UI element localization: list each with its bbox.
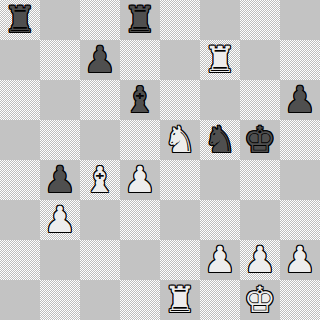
square-h7[interactable] [280,40,320,80]
square-a5[interactable] [0,120,40,160]
square-f6[interactable] [200,80,240,120]
piece-white-bishop[interactable]: ♝ [80,160,120,200]
piece-black-rook[interactable]: ♜ [0,0,40,40]
square-f8[interactable] [200,0,240,40]
square-a2[interactable] [0,240,40,280]
square-c4[interactable]: ♝ [80,160,120,200]
chess-board: ♜♜♟♜♝♟♞♞♚♟♝♟♟♟♟♟♜♚ [0,0,320,320]
square-c3[interactable] [80,200,120,240]
piece-white-pawn[interactable]: ♟ [280,240,320,280]
square-g2[interactable]: ♟ [240,240,280,280]
piece-black-knight[interactable]: ♞ [200,120,240,160]
square-a7[interactable] [0,40,40,80]
square-g8[interactable] [240,0,280,40]
square-b6[interactable] [40,80,80,120]
square-d6[interactable]: ♝ [120,80,160,120]
square-g6[interactable] [240,80,280,120]
square-g4[interactable] [240,160,280,200]
square-a4[interactable] [0,160,40,200]
square-h6[interactable]: ♟ [280,80,320,120]
square-c6[interactable] [80,80,120,120]
square-h1[interactable] [280,280,320,320]
square-b4[interactable]: ♟ [40,160,80,200]
square-e5[interactable]: ♞ [160,120,200,160]
square-f2[interactable]: ♟ [200,240,240,280]
square-d7[interactable] [120,40,160,80]
square-g3[interactable] [240,200,280,240]
square-f5[interactable]: ♞ [200,120,240,160]
piece-white-knight[interactable]: ♞ [160,120,200,160]
square-c8[interactable] [80,0,120,40]
piece-white-pawn[interactable]: ♟ [40,200,80,240]
piece-white-king[interactable]: ♚ [240,280,280,320]
square-g7[interactable] [240,40,280,80]
square-b1[interactable] [40,280,80,320]
square-g1[interactable]: ♚ [240,280,280,320]
square-b3[interactable]: ♟ [40,200,80,240]
square-d8[interactable]: ♜ [120,0,160,40]
piece-black-king[interactable]: ♚ [240,120,280,160]
square-h5[interactable] [280,120,320,160]
square-g5[interactable]: ♚ [240,120,280,160]
piece-white-pawn[interactable]: ♟ [200,240,240,280]
square-c5[interactable] [80,120,120,160]
square-d5[interactable] [120,120,160,160]
square-d3[interactable] [120,200,160,240]
square-h8[interactable] [280,0,320,40]
square-f4[interactable] [200,160,240,200]
square-b2[interactable] [40,240,80,280]
square-a6[interactable] [0,80,40,120]
square-b8[interactable] [40,0,80,40]
square-b5[interactable] [40,120,80,160]
square-a3[interactable] [0,200,40,240]
square-e4[interactable] [160,160,200,200]
piece-white-pawn[interactable]: ♟ [120,160,160,200]
piece-black-bishop[interactable]: ♝ [120,80,160,120]
square-e3[interactable] [160,200,200,240]
square-d4[interactable]: ♟ [120,160,160,200]
square-h3[interactable] [280,200,320,240]
piece-black-rook[interactable]: ♜ [120,0,160,40]
square-a8[interactable]: ♜ [0,0,40,40]
square-c7[interactable]: ♟ [80,40,120,80]
square-e8[interactable] [160,0,200,40]
square-d1[interactable] [120,280,160,320]
square-e6[interactable] [160,80,200,120]
square-f1[interactable] [200,280,240,320]
square-f7[interactable]: ♜ [200,40,240,80]
piece-white-pawn[interactable]: ♟ [240,240,280,280]
square-h2[interactable]: ♟ [280,240,320,280]
square-e2[interactable] [160,240,200,280]
square-e7[interactable] [160,40,200,80]
square-d2[interactable] [120,240,160,280]
piece-white-rook[interactable]: ♜ [200,40,240,80]
square-b7[interactable] [40,40,80,80]
piece-white-rook[interactable]: ♜ [160,280,200,320]
square-h4[interactable] [280,160,320,200]
piece-black-pawn[interactable]: ♟ [280,80,320,120]
square-c1[interactable] [80,280,120,320]
square-a1[interactable] [0,280,40,320]
square-f3[interactable] [200,200,240,240]
square-e1[interactable]: ♜ [160,280,200,320]
piece-black-pawn[interactable]: ♟ [80,40,120,80]
piece-black-pawn[interactable]: ♟ [40,160,80,200]
square-c2[interactable] [80,240,120,280]
